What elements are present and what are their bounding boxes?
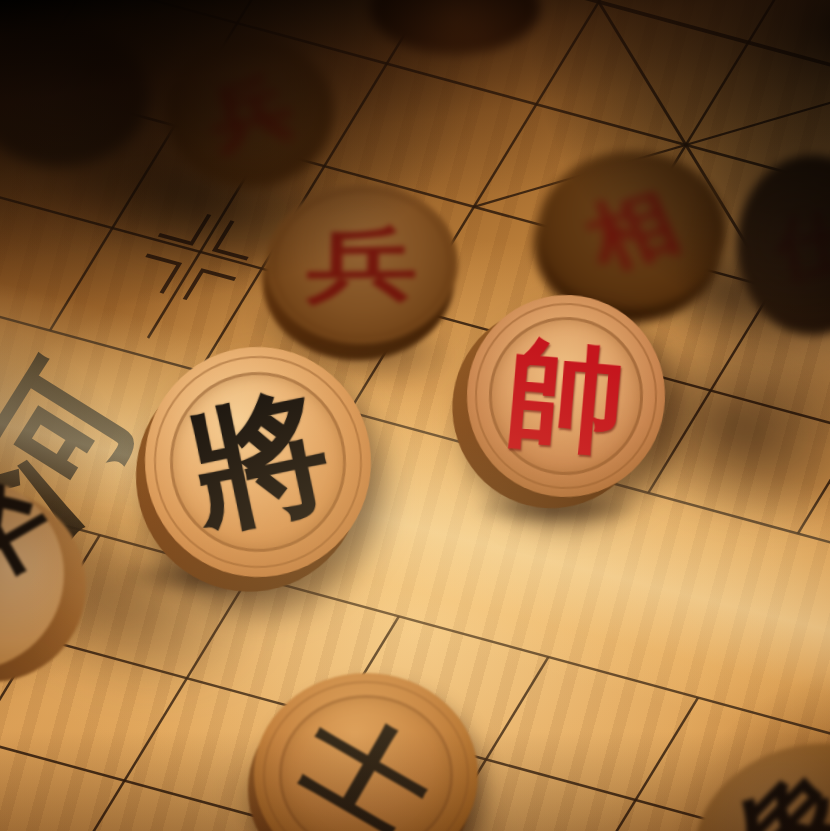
piece-face: 兵: [166, 37, 334, 187]
piece-blurred-red-upper-left[interactable]: 兵: [166, 37, 334, 187]
piece-glyph: 將: [179, 379, 340, 540]
piece-face: 相: [538, 151, 726, 309]
piece-glyph: 帥: [502, 332, 630, 460]
piece-glyph: 相: [576, 182, 689, 278]
piece-glyph: 兵: [305, 224, 418, 304]
xiangqi-photo-scene: 河 兵 相 仕 兵 卒: [0, 0, 830, 831]
piece-blurred-red-upper-right[interactable]: 相: [538, 151, 726, 309]
piece-glyph: 仕: [770, 203, 830, 286]
piece-glyph: 兵: [199, 68, 302, 155]
